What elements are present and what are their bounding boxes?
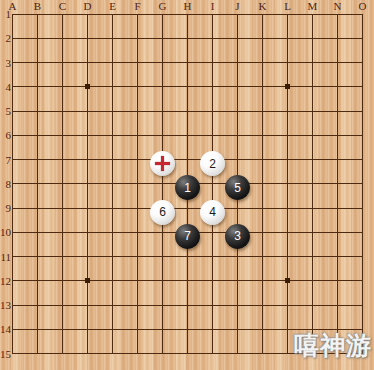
column-label-O: O — [355, 0, 371, 13]
column-label-M: M — [305, 0, 321, 13]
column-label-B: B — [30, 0, 46, 13]
star-point-L4 — [285, 84, 290, 89]
row-label-8: 8 — [0, 178, 11, 190]
column-label-D: D — [80, 0, 96, 13]
stone-black-5: 5 — [225, 175, 250, 200]
column-label-L: L — [280, 0, 296, 13]
column-label-I: I — [205, 0, 221, 13]
last-move-cross-icon — [155, 156, 170, 171]
gomoku-board[interactable]: ABCDEFGHIJKLMNO 123456789101112131415 12… — [0, 0, 374, 370]
row-label-9: 9 — [0, 202, 11, 214]
column-label-H: H — [180, 0, 196, 13]
star-point-D4 — [85, 84, 90, 89]
row-label-11: 11 — [0, 251, 11, 263]
row-label-15: 15 — [0, 348, 11, 360]
row-label-12: 12 — [0, 275, 11, 287]
row-label-7: 7 — [0, 154, 11, 166]
row-label-1: 1 — [0, 8, 11, 20]
stone-white-2: 2 — [200, 151, 225, 176]
row-label-5: 5 — [0, 105, 11, 117]
row-label-10: 10 — [0, 226, 11, 238]
row-label-6: 6 — [0, 129, 11, 141]
column-label-F: F — [130, 0, 146, 13]
star-point-D12 — [85, 278, 90, 283]
stone-white-8-marked — [150, 151, 175, 176]
column-label-J: J — [230, 0, 246, 13]
column-label-N: N — [330, 0, 346, 13]
stone-black-7: 7 — [175, 224, 200, 249]
column-label-K: K — [255, 0, 271, 13]
stone-white-4: 4 — [200, 200, 225, 225]
row-label-13: 13 — [0, 299, 11, 311]
watermark: 嘻神游 — [294, 329, 372, 362]
stone-white-6: 6 — [150, 200, 175, 225]
column-label-G: G — [155, 0, 171, 13]
column-label-E: E — [105, 0, 121, 13]
stone-black-1: 1 — [175, 175, 200, 200]
star-point-L12 — [285, 278, 290, 283]
column-label-C: C — [55, 0, 71, 13]
row-label-2: 2 — [0, 32, 11, 44]
row-label-3: 3 — [0, 57, 11, 69]
row-label-14: 14 — [0, 323, 11, 335]
stone-black-3: 3 — [225, 224, 250, 249]
row-label-4: 4 — [0, 81, 11, 93]
